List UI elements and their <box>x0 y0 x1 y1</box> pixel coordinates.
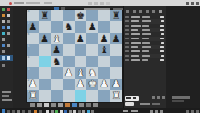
square-d1[interactable] <box>63 90 75 101</box>
square-g1[interactable] <box>98 90 110 101</box>
square-g5[interactable]: ♝ <box>98 44 110 55</box>
square-f3[interactable]: ♞ <box>86 67 98 78</box>
move-text <box>131 29 138 31</box>
piece-black-pawn: ♟ <box>98 33 110 44</box>
square-a3[interactable]: 3 <box>27 67 39 78</box>
move-eval-text <box>160 29 164 31</box>
move-number-text <box>125 25 129 27</box>
statusbar-icon[interactable] <box>150 110 153 113</box>
move-number-text <box>125 16 129 18</box>
statusbar-icon[interactable] <box>7 110 10 113</box>
statusbar-icon[interactable] <box>91 110 94 113</box>
square-h1[interactable]: ♜ <box>110 90 122 101</box>
square-b8[interactable]: ♜ <box>39 10 51 21</box>
rightpanel-text-bar <box>172 100 184 102</box>
sidebar-icon[interactable] <box>2 56 5 59</box>
statusbar-icon[interactable] <box>196 110 199 113</box>
statusbar-icon[interactable] <box>160 110 163 113</box>
toolbar-text-bar <box>84 8 110 10</box>
rank-coordinate: 2 <box>28 79 30 82</box>
move-eval-text <box>160 25 164 27</box>
move-text <box>142 33 151 35</box>
board-toolbar-icon[interactable] <box>79 103 84 107</box>
piece-black-rook: ♜ <box>39 10 51 21</box>
piece-black-pawn: ♟ <box>86 21 98 32</box>
statusbar-icon[interactable] <box>2 109 6 113</box>
sidebar-icon[interactable] <box>7 32 10 35</box>
piece-white-rook: ♜ <box>110 90 122 101</box>
statusbar-icon[interactable] <box>73 110 76 113</box>
board-toolbar-icon[interactable] <box>65 103 70 107</box>
move-text <box>131 33 140 35</box>
sidebar-text-bar <box>2 95 9 97</box>
titlebar-tab-icon[interactable] <box>94 2 98 5</box>
titlebar-tab-icon[interactable] <box>100 2 104 5</box>
move-eval-text <box>161 33 164 35</box>
sidebar-text-bar <box>2 91 11 93</box>
movepanel-text-bar <box>140 103 150 105</box>
square-f2[interactable]: ♚ <box>86 79 98 90</box>
square-a5[interactable]: 5 <box>27 44 39 55</box>
square-e6[interactable]: ♟ <box>75 33 87 44</box>
statusbar-icon[interactable] <box>78 110 81 113</box>
move-number-text <box>125 20 129 22</box>
square-d6[interactable] <box>63 33 75 44</box>
square-c3[interactable] <box>51 67 63 78</box>
piece-black-bishop: ♝ <box>98 44 110 55</box>
move-text <box>131 25 141 27</box>
move-text <box>142 55 150 57</box>
square-c4[interactable]: ♞ <box>51 56 63 67</box>
square-f4[interactable] <box>86 56 98 67</box>
sidebar-icon[interactable] <box>2 26 5 29</box>
board-toolbar-icon[interactable] <box>44 103 49 107</box>
rank-coordinate: 3 <box>28 68 30 71</box>
square-a7[interactable]: 7♟ <box>27 21 39 32</box>
square-d5[interactable] <box>63 44 75 55</box>
square-f1[interactable] <box>86 90 98 101</box>
square-a1[interactable]: 1♜ <box>27 90 39 101</box>
move-eval-text <box>160 16 164 18</box>
square-g8[interactable] <box>98 10 110 21</box>
piece-black-pawn: ♟ <box>75 33 87 44</box>
move-text <box>142 20 151 22</box>
square-f5[interactable] <box>86 44 98 55</box>
sidebar-icon[interactable] <box>7 26 10 29</box>
movepanel-footer-icon[interactable] <box>162 96 165 99</box>
board-toolbar-icon[interactable] <box>86 103 91 107</box>
move-eval-text <box>160 46 164 48</box>
piece-black-king: ♚ <box>75 10 87 21</box>
movepanel-header-icon[interactable] <box>126 10 129 13</box>
move-number-text <box>125 59 129 61</box>
square-e7[interactable] <box>75 21 87 32</box>
piece-black-pawn: ♟ <box>39 33 51 44</box>
movepanel-text-bar <box>152 103 160 105</box>
board-toolbar-icon[interactable] <box>72 103 77 107</box>
square-e1[interactable] <box>75 90 87 101</box>
move-number-text <box>125 38 129 40</box>
rank-coordinate: 5 <box>28 45 30 48</box>
board-toolbar-icon[interactable] <box>51 103 56 107</box>
piece-white-bishop: ♝ <box>75 67 87 78</box>
board-toolbar-icon[interactable] <box>37 103 42 107</box>
statusbar-icon[interactable] <box>22 110 25 113</box>
sidebar-icon[interactable] <box>2 14 5 17</box>
move-text <box>142 38 149 40</box>
movepanel-header-icon[interactable] <box>139 10 142 13</box>
move-number-text <box>125 55 129 57</box>
square-d4[interactable] <box>63 56 75 67</box>
statusbar-icon[interactable] <box>82 110 85 113</box>
toolbar-button[interactable] <box>54 7 59 10</box>
square-f8[interactable] <box>86 10 98 21</box>
titlebar-text-bar <box>44 2 52 4</box>
square-b4[interactable] <box>39 56 51 67</box>
square-h4[interactable] <box>110 56 122 67</box>
statusbar-icon[interactable] <box>87 110 90 113</box>
rank-coordinate: 1 <box>28 90 30 93</box>
piece-black-rook: ♜ <box>110 10 122 21</box>
square-c7[interactable] <box>51 21 63 32</box>
rank-coordinate: 8 <box>28 10 30 13</box>
square-d3[interactable]: ♟ <box>63 67 75 78</box>
statusbar-icon[interactable] <box>64 110 67 113</box>
piece-white-pawn: ♟ <box>98 79 110 90</box>
move-text <box>131 46 138 48</box>
square-h6[interactable]: ♟ <box>110 33 122 44</box>
movepanel-header-icon[interactable] <box>146 10 149 13</box>
statusbar-icon[interactable] <box>12 110 15 113</box>
piece-black-knight: ♞ <box>51 56 63 67</box>
sidebar-text-bar <box>2 99 12 101</box>
window-close-button[interactable] <box>196 2 199 5</box>
square-d2[interactable] <box>63 79 75 90</box>
statusbar-icon[interactable] <box>69 110 72 113</box>
square-h2[interactable]: ♟ <box>110 79 122 90</box>
square-b3[interactable] <box>39 67 51 78</box>
board-toolbar-icon[interactable] <box>58 103 63 107</box>
statusbar-icon[interactable] <box>60 110 63 113</box>
piece-black-knight: ♞ <box>63 21 75 32</box>
move-text <box>131 50 140 52</box>
square-b5[interactable] <box>39 44 51 55</box>
rightpanel-text-bar <box>172 96 190 99</box>
move-text <box>142 50 149 52</box>
chess-board[interactable]: 8♜♚♜7♟♞♟6♟♝♟♟♟5♟♝4♞3♟♝♞2♟♟♚♟♟1♜♜ <box>27 10 122 102</box>
move-eval-text <box>160 38 164 40</box>
move-eval-text <box>160 50 164 52</box>
move-number-text <box>125 33 129 35</box>
statusbar-icon[interactable] <box>39 110 42 113</box>
piece-black-pawn: ♟ <box>110 33 122 44</box>
sidebar-icon[interactable] <box>7 56 10 59</box>
square-f6[interactable] <box>86 33 98 44</box>
statusbar-icon[interactable] <box>191 110 194 113</box>
board-toolbar-icon[interactable] <box>30 103 35 107</box>
square-e2[interactable]: ♟ <box>75 79 87 90</box>
square-c5[interactable]: ♟ <box>51 44 63 55</box>
move-text <box>131 59 140 61</box>
movepanel-header-icon[interactable] <box>159 10 162 13</box>
statusbar-icon[interactable] <box>51 110 54 113</box>
square-f7[interactable]: ♟ <box>86 21 98 32</box>
move-text <box>131 16 140 18</box>
sidebar-icon[interactable] <box>2 38 5 41</box>
move-text <box>142 29 150 31</box>
move-text <box>142 16 150 18</box>
square-e4[interactable] <box>75 56 87 67</box>
square-h8[interactable]: ♜ <box>110 10 122 21</box>
sidebar-icon[interactable] <box>7 44 10 47</box>
move-number-text <box>125 46 129 48</box>
square-g7[interactable] <box>98 21 110 32</box>
square-g4[interactable] <box>98 56 110 67</box>
square-g2[interactable]: ♟ <box>98 79 110 90</box>
statusbar-text-bar <box>131 110 138 112</box>
square-h3[interactable] <box>110 67 122 78</box>
piece-white-pawn: ♟ <box>63 67 75 78</box>
window-minimize-button[interactable] <box>186 2 189 5</box>
statusbar-icon[interactable] <box>155 110 158 113</box>
movepanel-eval-chip-text <box>133 97 136 99</box>
piece-white-bishop: ♝ <box>51 33 63 44</box>
sidebar-icon[interactable] <box>7 14 10 17</box>
statusbar-icon[interactable] <box>34 110 37 113</box>
square-c8[interactable] <box>51 10 63 21</box>
square-b7[interactable] <box>39 21 51 32</box>
sidebar-icon[interactable] <box>2 44 5 47</box>
piece-white-pawn: ♟ <box>75 79 87 90</box>
statusbar-icon[interactable] <box>46 110 49 113</box>
rank-coordinate: 6 <box>28 33 30 36</box>
sidebar-icon[interactable] <box>7 8 10 11</box>
move-eval-text <box>160 59 164 61</box>
window-maximize-button[interactable] <box>191 2 194 5</box>
toolbar-text-bar <box>113 8 123 10</box>
movepanel-header-icon[interactable] <box>152 10 155 13</box>
toolbar-button[interactable] <box>61 7 65 10</box>
square-a2[interactable]: 2♟ <box>27 79 39 90</box>
titlebar-tab-icon[interactable] <box>106 2 110 5</box>
square-g3[interactable] <box>98 67 110 78</box>
square-b2[interactable] <box>39 79 51 90</box>
square-a8[interactable]: 8 <box>27 10 39 21</box>
move-text <box>131 20 139 22</box>
titlebar-tab-icon[interactable] <box>88 2 92 5</box>
move-text <box>131 55 139 57</box>
move-text <box>131 38 139 40</box>
sidebar-icon[interactable] <box>2 50 5 53</box>
move-eval-text <box>161 20 164 22</box>
titlebar-text-bar <box>14 2 24 4</box>
square-e8[interactable]: ♚ <box>75 10 87 21</box>
square-a4[interactable]: 4 <box>27 56 39 67</box>
sidebar-icon[interactable] <box>2 20 5 23</box>
movepanel-button-chip[interactable] <box>125 102 134 106</box>
square-d7[interactable]: ♞ <box>63 21 75 32</box>
sidebar-icon[interactable] <box>2 32 5 35</box>
move-number-text <box>125 29 129 31</box>
piece-white-knight: ♞ <box>86 67 98 78</box>
board-toolbar-icon[interactable] <box>93 103 98 107</box>
rank-coordinate: 4 <box>28 56 30 59</box>
movepanel-footer-icon[interactable] <box>152 96 155 99</box>
square-e3[interactable]: ♝ <box>75 67 87 78</box>
square-b6[interactable]: ♟ <box>39 33 51 44</box>
move-text <box>142 59 148 61</box>
square-h7[interactable] <box>110 21 122 32</box>
statusbar-icon[interactable] <box>55 110 58 113</box>
titlebar-app-icon[interactable] <box>9 2 12 5</box>
rank-coordinate: 7 <box>28 22 30 25</box>
move-text <box>142 46 151 48</box>
statusbar-icon[interactable] <box>17 110 20 113</box>
move-text <box>142 25 149 27</box>
titlebar-text-bar <box>26 2 40 4</box>
movepanel-footer-icon[interactable] <box>157 96 160 99</box>
square-g6[interactable]: ♟ <box>98 33 110 44</box>
square-c6[interactable]: ♝ <box>51 33 63 44</box>
move-text <box>142 42 150 44</box>
square-d8[interactable] <box>63 10 75 21</box>
statusbar-icon[interactable] <box>28 110 31 113</box>
statusbar-icon[interactable] <box>186 110 189 113</box>
move-text <box>131 42 141 44</box>
square-h5[interactable] <box>110 44 122 55</box>
piece-white-pawn: ♟ <box>110 79 122 90</box>
square-c1[interactable] <box>51 90 63 101</box>
sidebar-icon[interactable] <box>2 64 5 67</box>
movepanel-eval-chip-text <box>126 97 131 99</box>
movepanel-header-icon[interactable] <box>133 10 136 13</box>
move-number-text <box>125 42 129 44</box>
square-b1[interactable] <box>39 90 51 101</box>
move-list-row[interactable] <box>124 58 165 62</box>
square-a6[interactable]: 6 <box>27 33 39 44</box>
move-eval-text <box>161 42 164 44</box>
piece-white-king: ♚ <box>86 79 98 90</box>
square-c2[interactable] <box>51 79 63 90</box>
piece-black-pawn: ♟ <box>51 44 63 55</box>
move-eval-text <box>161 55 164 57</box>
sidebar-icon[interactable] <box>7 20 10 23</box>
statusbar-text-bar <box>123 110 128 112</box>
square-e5[interactable] <box>75 44 87 55</box>
sidebar-icon[interactable] <box>2 8 5 11</box>
engine-info-panel <box>166 6 200 108</box>
move-number-text <box>125 50 129 52</box>
app-window: { "game": "chess", "position": "1r2k2r/p… <box>0 0 200 113</box>
